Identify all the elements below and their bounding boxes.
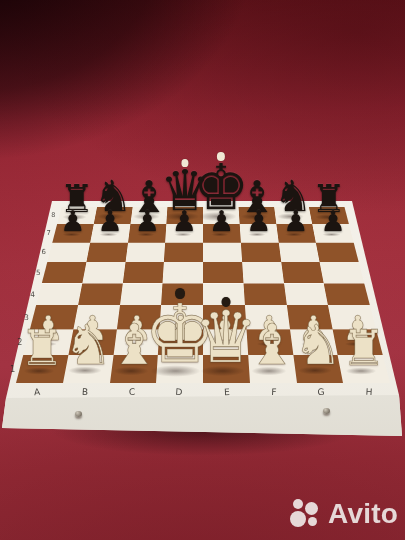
black-king-finial — [217, 152, 225, 161]
piece-black-pawn-a7: ♟ — [60, 207, 86, 236]
avito-watermark-text: Avito — [328, 498, 398, 530]
avito-logo-icon — [290, 497, 323, 531]
piece-black-pawn-b7: ♟ — [97, 207, 123, 236]
black-queen-finial — [182, 159, 189, 167]
piece-black-pawn-e7: ♟ — [209, 207, 235, 236]
piece-white-knight-b1: ♞ — [63, 318, 112, 373]
piece-white-rook-h1: ♜ — [342, 324, 386, 373]
piece-black-pawn-f7: ♟ — [246, 207, 272, 236]
avito-watermark: Avito — [290, 497, 398, 531]
piece-black-pawn-g7: ♟ — [283, 207, 309, 236]
piece-white-bishop-f1: ♝ — [247, 317, 297, 373]
chess-pieces-layer: ♜♞♝♛♚♝♞♜♟♟♟♟♟♟♟♟♟♟♟♟♟♟♟♟♜♞♝♚♛♝♞♜ — [0, 0, 405, 540]
photo-red-cloth-background: ABCDEFGH12345678 ♜♞♝♛♚♝♞♜♟♟♟♟♟♟♟♟♟♟♟♟♟♟♟… — [0, 0, 405, 540]
piece-white-rook-a1: ♜ — [20, 324, 64, 373]
piece-black-pawn-c7: ♟ — [134, 207, 160, 236]
white-queen-finial — [222, 297, 231, 307]
piece-white-knight-g1: ♞ — [293, 318, 342, 373]
piece-black-pawn-d7: ♟ — [172, 207, 198, 236]
piece-black-pawn-h7: ♟ — [320, 207, 346, 236]
white-king-finial — [175, 288, 185, 299]
